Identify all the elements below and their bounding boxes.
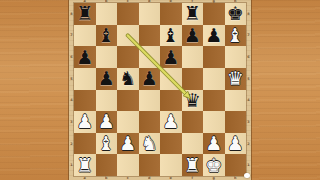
- square-d5[interactable]: ♟: [139, 68, 161, 90]
- square-d6[interactable]: [139, 46, 161, 68]
- rank-label-4: 4: [246, 90, 251, 112]
- square-e3[interactable]: ♟: [160, 111, 182, 133]
- piece-white-q-h5: ♛: [227, 69, 244, 88]
- rank-label-4: 4: [69, 90, 74, 112]
- square-e5[interactable]: [160, 68, 182, 90]
- rank-label-1: 1: [69, 154, 74, 176]
- square-c4[interactable]: [117, 90, 139, 112]
- square-a5[interactable]: [74, 68, 96, 90]
- square-b3[interactable]: ♟: [96, 111, 118, 133]
- square-a7[interactable]: [74, 25, 96, 47]
- file-label-c: c: [117, 177, 139, 180]
- square-h4[interactable]: [225, 90, 247, 112]
- rank-label-5: 5: [246, 68, 251, 90]
- square-f6[interactable]: [182, 46, 204, 68]
- square-d8[interactable]: [139, 3, 161, 25]
- square-c8[interactable]: [117, 3, 139, 25]
- square-d2[interactable]: ♞: [139, 133, 161, 155]
- piece-black-p-a6: ♟: [76, 48, 93, 67]
- square-h2[interactable]: ♟: [225, 133, 247, 155]
- file-label-g: g: [203, 0, 225, 3]
- rank-label-7: 7: [69, 25, 74, 47]
- square-c6[interactable]: [117, 46, 139, 68]
- rank-labels-left: 87654321: [69, 3, 74, 176]
- side-to-move-indicator: [244, 173, 250, 179]
- piece-white-p-g2: ♟: [205, 134, 222, 153]
- square-e2[interactable]: [160, 133, 182, 155]
- piece-white-b-b2: ♝: [98, 134, 115, 153]
- square-b7[interactable]: ♝: [96, 25, 118, 47]
- square-h3[interactable]: [225, 111, 247, 133]
- piece-white-p-e3: ♟: [162, 112, 179, 131]
- piece-white-p-b3: ♟: [98, 112, 115, 131]
- piece-white-p-h2: ♟: [227, 134, 244, 153]
- square-f1[interactable]: ♜: [182, 154, 204, 176]
- piece-white-n-d2: ♞: [141, 134, 158, 153]
- piece-white-r-f1: ♜: [184, 156, 201, 175]
- rank-label-3: 3: [69, 111, 74, 133]
- square-e6[interactable]: ♟: [160, 46, 182, 68]
- square-c1[interactable]: [117, 154, 139, 176]
- rank-label-8: 8: [69, 3, 74, 25]
- rank-label-6: 6: [246, 46, 251, 68]
- file-label-e: e: [160, 177, 182, 180]
- wood-background: abcdefgh abcdefgh 87654321 87654321 ♜♜♚♝…: [0, 0, 320, 180]
- piece-black-p-b5: ♟: [98, 69, 115, 88]
- square-b8[interactable]: [96, 3, 118, 25]
- file-label-g: g: [203, 177, 225, 180]
- square-a2[interactable]: [74, 133, 96, 155]
- square-h7[interactable]: ♝: [225, 25, 247, 47]
- square-f5[interactable]: [182, 68, 204, 90]
- file-label-c: c: [117, 0, 139, 3]
- piece-black-b-b7: ♝: [98, 26, 115, 45]
- piece-white-r-a1: ♜: [76, 156, 93, 175]
- square-h8[interactable]: ♚: [225, 3, 247, 25]
- piece-white-b-h7: ♝: [227, 26, 244, 45]
- file-label-f: f: [182, 177, 204, 180]
- square-e7[interactable]: ♝: [160, 25, 182, 47]
- piece-black-r-f8: ♜: [184, 4, 201, 23]
- square-b6[interactable]: [96, 46, 118, 68]
- square-f7[interactable]: ♟: [182, 25, 204, 47]
- file-label-h: h: [225, 177, 247, 180]
- square-b5[interactable]: ♟: [96, 68, 118, 90]
- square-d1[interactable]: [139, 154, 161, 176]
- square-d3[interactable]: [139, 111, 161, 133]
- square-a4[interactable]: [74, 90, 96, 112]
- piece-black-b-e7: ♝: [162, 26, 179, 45]
- rank-label-3: 3: [246, 111, 251, 133]
- rank-label-8: 8: [246, 3, 251, 25]
- square-b1[interactable]: [96, 154, 118, 176]
- square-g1[interactable]: ♚: [203, 154, 225, 176]
- square-g3[interactable]: [203, 111, 225, 133]
- rank-label-6: 6: [69, 46, 74, 68]
- square-h6[interactable]: [225, 46, 247, 68]
- piece-black-p-e6: ♟: [162, 48, 179, 67]
- square-c7[interactable]: [117, 25, 139, 47]
- square-f2[interactable]: [182, 133, 204, 155]
- file-label-d: d: [139, 177, 161, 180]
- file-labels-bottom: abcdefgh: [74, 176, 246, 180]
- file-label-e: e: [160, 0, 182, 3]
- square-e8[interactable]: [160, 3, 182, 25]
- square-a6[interactable]: ♟: [74, 46, 96, 68]
- square-f3[interactable]: [182, 111, 204, 133]
- square-c2[interactable]: ♟: [117, 133, 139, 155]
- piece-white-p-c2: ♟: [119, 134, 136, 153]
- piece-black-n-c5: ♞: [119, 69, 136, 88]
- piece-white-p-a3: ♟: [76, 112, 93, 131]
- piece-black-q-f4: ♛: [184, 91, 201, 110]
- square-e1[interactable]: [160, 154, 182, 176]
- square-d7[interactable]: [139, 25, 161, 47]
- rank-label-5: 5: [69, 68, 74, 90]
- square-h5[interactable]: ♛: [225, 68, 247, 90]
- piece-white-k-g1: ♚: [205, 156, 222, 175]
- file-label-d: d: [139, 0, 161, 3]
- square-f8[interactable]: ♜: [182, 3, 204, 25]
- piece-black-p-g7: ♟: [205, 26, 222, 45]
- rank-label-7: 7: [246, 25, 251, 47]
- board-frame: abcdefgh abcdefgh 87654321 87654321 ♜♜♚♝…: [69, 0, 251, 180]
- square-f4[interactable]: ♛: [182, 90, 204, 112]
- square-e4[interactable]: [160, 90, 182, 112]
- square-g2[interactable]: ♟: [203, 133, 225, 155]
- square-d4[interactable]: [139, 90, 161, 112]
- chess-board: ♜♜♚♝♝♟♟♝♟♟♟♞♟♛♛♟♟♟♝♟♞♟♟♜♜♚: [74, 3, 246, 176]
- square-g6[interactable]: [203, 46, 225, 68]
- piece-black-p-f7: ♟: [184, 26, 201, 45]
- square-a8[interactable]: ♜: [74, 3, 96, 25]
- square-g7[interactable]: ♟: [203, 25, 225, 47]
- rank-labels-right: 87654321: [246, 3, 251, 176]
- piece-black-p-d5: ♟: [141, 69, 158, 88]
- file-label-b: b: [96, 0, 118, 3]
- square-b2[interactable]: ♝: [96, 133, 118, 155]
- square-b4[interactable]: [96, 90, 118, 112]
- square-a1[interactable]: ♜: [74, 154, 96, 176]
- square-a3[interactable]: ♟: [74, 111, 96, 133]
- square-g8[interactable]: [203, 3, 225, 25]
- square-c3[interactable]: [117, 111, 139, 133]
- piece-black-k-h8: ♚: [227, 4, 244, 23]
- file-label-a: a: [74, 177, 96, 180]
- square-c5[interactable]: ♞: [117, 68, 139, 90]
- file-label-b: b: [96, 177, 118, 180]
- rank-label-2: 2: [69, 133, 74, 155]
- square-g4[interactable]: [203, 90, 225, 112]
- square-h1[interactable]: [225, 154, 247, 176]
- file-labels-top: abcdefgh: [74, 0, 246, 3]
- piece-black-r-a8: ♜: [76, 4, 93, 23]
- square-g5[interactable]: [203, 68, 225, 90]
- rank-label-2: 2: [246, 133, 251, 155]
